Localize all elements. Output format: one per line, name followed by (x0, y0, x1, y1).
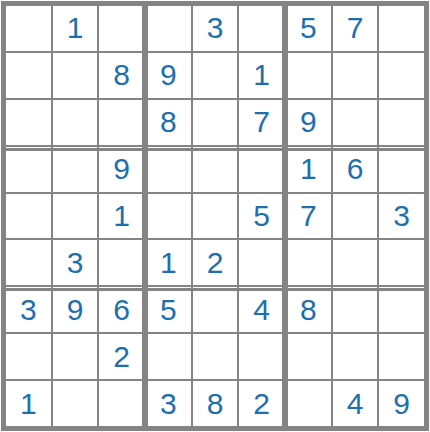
cell-r8c2[interactable] (53, 334, 98, 379)
given-digit: 9 (300, 107, 317, 137)
cell-r3c1[interactable] (6, 100, 51, 145)
cell-r7c9[interactable] (379, 287, 424, 332)
cell-r3c8[interactable] (333, 100, 378, 145)
cell-r9c6[interactable]: 2 (239, 381, 284, 426)
given-digit: 2 (113, 342, 130, 372)
cell-r6c6[interactable] (239, 240, 284, 285)
cell-r5c1[interactable] (6, 194, 51, 239)
cell-r7c5[interactable] (193, 287, 238, 332)
cell-r6c4[interactable]: 1 (146, 240, 191, 285)
given-digit: 4 (253, 295, 270, 325)
given-digit: 3 (20, 295, 37, 325)
cell-r4c5[interactable] (193, 147, 238, 192)
cell-r7c4[interactable]: 5 (146, 287, 191, 332)
given-digit: 6 (113, 295, 130, 325)
given-digit: 1 (300, 154, 317, 184)
cell-r7c6[interactable]: 4 (239, 287, 284, 332)
cell-r3c7[interactable]: 9 (286, 100, 331, 145)
given-digit: 1 (253, 60, 270, 90)
cell-r9c7[interactable] (286, 381, 331, 426)
cell-r5c8[interactable] (333, 194, 378, 239)
cell-r3c2[interactable] (53, 100, 98, 145)
cell-r7c8[interactable] (333, 287, 378, 332)
cell-r9c2[interactable] (53, 381, 98, 426)
cell-r8c8[interactable] (333, 334, 378, 379)
cell-r4c7[interactable]: 1 (286, 147, 331, 192)
given-digit: 8 (160, 107, 177, 137)
cell-r6c2[interactable]: 3 (53, 240, 98, 285)
cell-r9c5[interactable]: 8 (193, 381, 238, 426)
cell-r5c6[interactable]: 5 (239, 194, 284, 239)
cell-r2c3[interactable]: 8 (99, 53, 144, 98)
cell-r9c4[interactable]: 3 (146, 381, 191, 426)
given-digit: 7 (347, 13, 364, 43)
cell-r1c1[interactable] (6, 6, 51, 51)
cell-r5c4[interactable] (146, 194, 191, 239)
cell-r6c3[interactable] (99, 240, 144, 285)
cell-r6c9[interactable] (379, 240, 424, 285)
given-digit: 3 (393, 201, 410, 231)
given-digit: 3 (207, 13, 224, 43)
given-digit: 2 (253, 389, 270, 419)
cell-r6c5[interactable]: 2 (193, 240, 238, 285)
cell-r4c2[interactable] (53, 147, 98, 192)
box-separator-vertical-left (142, 6, 148, 426)
cell-r5c3[interactable]: 1 (99, 194, 144, 239)
cell-r8c6[interactable] (239, 334, 284, 379)
cell-r2c6[interactable]: 1 (239, 53, 284, 98)
given-digit: 5 (160, 295, 177, 325)
box-separator-horizontal-top (6, 148, 424, 151)
cell-r8c3[interactable]: 2 (99, 334, 144, 379)
cell-r7c7[interactable]: 8 (286, 287, 331, 332)
given-digit: 3 (160, 389, 177, 419)
cell-r4c8[interactable]: 6 (333, 147, 378, 192)
cell-r2c4[interactable]: 9 (146, 53, 191, 98)
cell-r6c7[interactable] (286, 240, 331, 285)
cell-r2c2[interactable] (53, 53, 98, 98)
cell-r5c2[interactable] (53, 194, 98, 239)
given-digit: 1 (113, 201, 130, 231)
cell-r2c5[interactable] (193, 53, 238, 98)
cell-r3c4[interactable]: 8 (146, 100, 191, 145)
cell-r3c6[interactable]: 7 (239, 100, 284, 145)
given-digit: 7 (300, 201, 317, 231)
cell-r5c7[interactable]: 7 (286, 194, 331, 239)
given-digit: 1 (160, 248, 177, 278)
cell-r1c9[interactable] (379, 6, 424, 51)
given-digit: 7 (253, 107, 270, 137)
given-digit: 5 (300, 13, 317, 43)
cell-r2c7[interactable] (286, 53, 331, 98)
cell-r7c1[interactable]: 3 (6, 287, 51, 332)
given-digit: 8 (113, 60, 130, 90)
cell-r4c4[interactable] (146, 147, 191, 192)
cell-r4c1[interactable] (6, 147, 51, 192)
cell-r7c3[interactable]: 6 (99, 287, 144, 332)
sudoku-grid: 135789187991615733123965482138249 (1, 1, 429, 431)
cell-r9c9[interactable]: 9 (379, 381, 424, 426)
given-digit: 3 (67, 248, 84, 278)
given-digit: 8 (207, 389, 224, 419)
cell-r2c8[interactable] (333, 53, 378, 98)
cell-r8c4[interactable] (146, 334, 191, 379)
cell-r3c5[interactable] (193, 100, 238, 145)
cell-r6c1[interactable] (6, 240, 51, 285)
cell-r8c9[interactable] (379, 334, 424, 379)
cell-r9c1[interactable]: 1 (6, 381, 51, 426)
cell-r9c3[interactable] (99, 381, 144, 426)
cell-r3c9[interactable] (379, 100, 424, 145)
given-digit: 1 (20, 389, 37, 419)
cell-r4c6[interactable] (239, 147, 284, 192)
given-digit: 9 (160, 60, 177, 90)
cell-r1c2[interactable]: 1 (53, 6, 98, 51)
cell-r2c1[interactable] (6, 53, 51, 98)
cell-r1c7[interactable]: 5 (286, 6, 331, 51)
given-digit: 9 (67, 295, 84, 325)
cell-r1c6[interactable] (239, 6, 284, 51)
box-separator-horizontal-bottom (6, 288, 424, 291)
cell-r5c5[interactable] (193, 194, 238, 239)
cell-r7c2[interactable]: 9 (53, 287, 98, 332)
cell-r8c7[interactable] (286, 334, 331, 379)
given-digit: 8 (300, 295, 317, 325)
given-digit: 1 (67, 13, 84, 43)
cell-r8c1[interactable] (6, 334, 51, 379)
cell-r4c9[interactable] (379, 147, 424, 192)
cell-r4c3[interactable]: 9 (99, 147, 144, 192)
cell-r1c3[interactable] (99, 6, 144, 51)
given-digit: 5 (253, 201, 270, 231)
given-digit: 2 (207, 248, 224, 278)
cell-r6c8[interactable] (333, 240, 378, 285)
cell-r3c3[interactable] (99, 100, 144, 145)
cell-r5c9[interactable]: 3 (379, 194, 424, 239)
given-digit: 9 (113, 154, 130, 184)
cell-r8c5[interactable] (193, 334, 238, 379)
cell-r1c8[interactable]: 7 (333, 6, 378, 51)
cell-r2c9[interactable] (379, 53, 424, 98)
cell-r9c8[interactable]: 4 (333, 381, 378, 426)
given-digit: 9 (393, 389, 410, 419)
given-digit: 6 (347, 154, 364, 184)
cell-r1c5[interactable]: 3 (193, 6, 238, 51)
box-separator-vertical-right (282, 6, 288, 426)
cell-r1c4[interactable] (146, 6, 191, 51)
given-digit: 4 (347, 389, 364, 419)
